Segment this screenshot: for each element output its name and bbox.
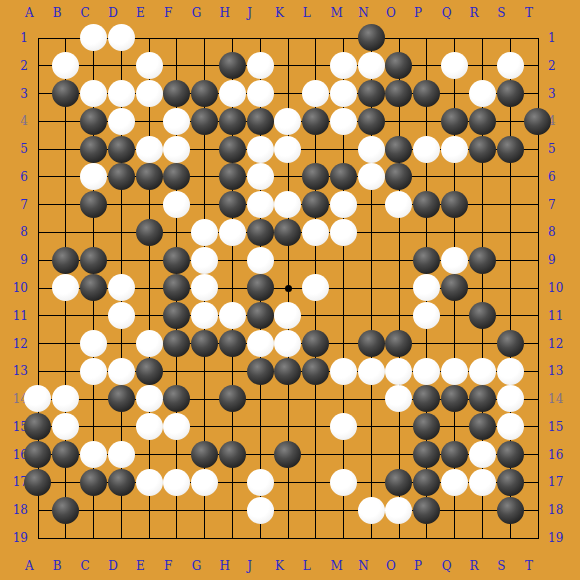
cell-N15[interactable]	[357, 413, 385, 441]
cell-F18[interactable]	[163, 496, 191, 524]
cell-P14[interactable]	[413, 385, 441, 413]
cell-F14[interactable]	[163, 385, 191, 413]
cell-M13[interactable]	[330, 357, 358, 385]
cell-T11[interactable]	[524, 302, 552, 330]
cell-B12[interactable]	[52, 330, 80, 358]
cell-D4[interactable]	[107, 107, 135, 135]
cell-R11[interactable]	[468, 302, 496, 330]
cell-M12[interactable]	[330, 330, 358, 358]
cell-G5[interactable]	[191, 135, 219, 163]
cell-M10[interactable]	[330, 274, 358, 302]
cell-M2[interactable]	[330, 52, 358, 80]
cell-A9[interactable]	[24, 246, 52, 274]
cell-R16[interactable]	[468, 441, 496, 469]
cell-E17[interactable]	[135, 468, 163, 496]
cell-N4[interactable]	[357, 107, 385, 135]
cell-S18[interactable]	[496, 496, 524, 524]
cell-G1[interactable]	[191, 24, 219, 52]
cell-A2[interactable]	[24, 52, 52, 80]
cell-O10[interactable]	[385, 274, 413, 302]
cell-Q6[interactable]	[441, 163, 469, 191]
cell-H16[interactable]	[218, 441, 246, 469]
cell-R10[interactable]	[468, 274, 496, 302]
cell-T16[interactable]	[524, 441, 552, 469]
cell-E11[interactable]	[135, 302, 163, 330]
cell-T17[interactable]	[524, 468, 552, 496]
cell-D7[interactable]	[107, 191, 135, 219]
cell-L19[interactable]	[302, 524, 330, 552]
cell-F8[interactable]	[163, 218, 191, 246]
cell-B4[interactable]	[52, 107, 80, 135]
cell-S17[interactable]	[496, 468, 524, 496]
cell-J19[interactable]	[246, 524, 274, 552]
cell-C9[interactable]	[80, 246, 108, 274]
cell-N7[interactable]	[357, 191, 385, 219]
cell-C7[interactable]	[80, 191, 108, 219]
cell-Q16[interactable]	[441, 441, 469, 469]
cell-T2[interactable]	[524, 52, 552, 80]
cell-M8[interactable]	[330, 218, 358, 246]
cell-G15[interactable]	[191, 413, 219, 441]
cell-L1[interactable]	[302, 24, 330, 52]
cell-L7[interactable]	[302, 191, 330, 219]
cell-P4[interactable]	[413, 107, 441, 135]
cell-G7[interactable]	[191, 191, 219, 219]
cell-B17[interactable]	[52, 468, 80, 496]
cell-S1[interactable]	[496, 24, 524, 52]
cell-S8[interactable]	[496, 218, 524, 246]
cell-R5[interactable]	[468, 135, 496, 163]
cell-H7[interactable]	[218, 191, 246, 219]
cell-L15[interactable]	[302, 413, 330, 441]
cell-K9[interactable]	[274, 246, 302, 274]
cell-K7[interactable]	[274, 191, 302, 219]
cell-J12[interactable]	[246, 330, 274, 358]
cell-P18[interactable]	[413, 496, 441, 524]
cell-A4[interactable]	[24, 107, 52, 135]
cell-J11[interactable]	[246, 302, 274, 330]
cell-T18[interactable]	[524, 496, 552, 524]
cell-E16[interactable]	[135, 441, 163, 469]
cell-M9[interactable]	[330, 246, 358, 274]
cell-Q1[interactable]	[441, 24, 469, 52]
cell-J15[interactable]	[246, 413, 274, 441]
cell-L8[interactable]	[302, 218, 330, 246]
cell-G16[interactable]	[191, 441, 219, 469]
cell-A19[interactable]	[24, 524, 52, 552]
cell-P10[interactable]	[413, 274, 441, 302]
cell-C16[interactable]	[80, 441, 108, 469]
cell-Q17[interactable]	[441, 468, 469, 496]
cell-Q13[interactable]	[441, 357, 469, 385]
cell-H1[interactable]	[218, 24, 246, 52]
cell-K2[interactable]	[274, 52, 302, 80]
cell-E14[interactable]	[135, 385, 163, 413]
cell-N2[interactable]	[357, 52, 385, 80]
cell-P5[interactable]	[413, 135, 441, 163]
cell-Q9[interactable]	[441, 246, 469, 274]
cell-Q10[interactable]	[441, 274, 469, 302]
cell-F7[interactable]	[163, 191, 191, 219]
cell-R15[interactable]	[468, 413, 496, 441]
cell-Q7[interactable]	[441, 191, 469, 219]
cell-L9[interactable]	[302, 246, 330, 274]
cell-K16[interactable]	[274, 441, 302, 469]
cell-E13[interactable]	[135, 357, 163, 385]
cell-C17[interactable]	[80, 468, 108, 496]
cell-O14[interactable]	[385, 385, 413, 413]
cell-J3[interactable]	[246, 80, 274, 108]
cell-L6[interactable]	[302, 163, 330, 191]
cell-J4[interactable]	[246, 107, 274, 135]
cell-P9[interactable]	[413, 246, 441, 274]
cell-D6[interactable]	[107, 163, 135, 191]
cell-T1[interactable]	[524, 24, 552, 52]
cell-G14[interactable]	[191, 385, 219, 413]
cell-O16[interactable]	[385, 441, 413, 469]
cell-D9[interactable]	[107, 246, 135, 274]
cell-E19[interactable]	[135, 524, 163, 552]
cell-T7[interactable]	[524, 191, 552, 219]
cell-S9[interactable]	[496, 246, 524, 274]
cell-D16[interactable]	[107, 441, 135, 469]
cell-P13[interactable]	[413, 357, 441, 385]
cell-Q11[interactable]	[441, 302, 469, 330]
cell-K1[interactable]	[274, 24, 302, 52]
cell-P2[interactable]	[413, 52, 441, 80]
cell-C11[interactable]	[80, 302, 108, 330]
cell-J2[interactable]	[246, 52, 274, 80]
cell-O1[interactable]	[385, 24, 413, 52]
cell-T5[interactable]	[524, 135, 552, 163]
cell-R7[interactable]	[468, 191, 496, 219]
cell-P3[interactable]	[413, 80, 441, 108]
cell-M16[interactable]	[330, 441, 358, 469]
cell-R12[interactable]	[468, 330, 496, 358]
cell-O17[interactable]	[385, 468, 413, 496]
cell-E1[interactable]	[135, 24, 163, 52]
cell-N9[interactable]	[357, 246, 385, 274]
cell-H14[interactable]	[218, 385, 246, 413]
cell-L4[interactable]	[302, 107, 330, 135]
cell-A13[interactable]	[24, 357, 52, 385]
cell-S19[interactable]	[496, 524, 524, 552]
cell-J1[interactable]	[246, 24, 274, 52]
cell-H6[interactable]	[218, 163, 246, 191]
cell-J7[interactable]	[246, 191, 274, 219]
cell-C19[interactable]	[80, 524, 108, 552]
cell-M5[interactable]	[330, 135, 358, 163]
cell-T12[interactable]	[524, 330, 552, 358]
cell-B14[interactable]	[52, 385, 80, 413]
cell-N1[interactable]	[357, 24, 385, 52]
cell-T14[interactable]	[524, 385, 552, 413]
cell-M18[interactable]	[330, 496, 358, 524]
cell-C2[interactable]	[80, 52, 108, 80]
cell-A11[interactable]	[24, 302, 52, 330]
cell-F13[interactable]	[163, 357, 191, 385]
cell-H4[interactable]	[218, 107, 246, 135]
cell-T4[interactable]	[524, 107, 552, 135]
cell-L16[interactable]	[302, 441, 330, 469]
cell-N17[interactable]	[357, 468, 385, 496]
cell-C4[interactable]	[80, 107, 108, 135]
cell-C13[interactable]	[80, 357, 108, 385]
cell-S3[interactable]	[496, 80, 524, 108]
cell-T3[interactable]	[524, 80, 552, 108]
cell-B7[interactable]	[52, 191, 80, 219]
cell-O6[interactable]	[385, 163, 413, 191]
cell-S7[interactable]	[496, 191, 524, 219]
cell-K15[interactable]	[274, 413, 302, 441]
cell-R9[interactable]	[468, 246, 496, 274]
cell-Q19[interactable]	[441, 524, 469, 552]
cell-E3[interactable]	[135, 80, 163, 108]
cell-R6[interactable]	[468, 163, 496, 191]
cell-C15[interactable]	[80, 413, 108, 441]
cell-J8[interactable]	[246, 218, 274, 246]
cell-H9[interactable]	[218, 246, 246, 274]
cell-H13[interactable]	[218, 357, 246, 385]
cell-F2[interactable]	[163, 52, 191, 80]
cell-F10[interactable]	[163, 274, 191, 302]
cell-P17[interactable]	[413, 468, 441, 496]
cell-K12[interactable]	[274, 330, 302, 358]
cell-N12[interactable]	[357, 330, 385, 358]
cell-R4[interactable]	[468, 107, 496, 135]
cell-K17[interactable]	[274, 468, 302, 496]
cell-N3[interactable]	[357, 80, 385, 108]
cell-N6[interactable]	[357, 163, 385, 191]
cell-J10[interactable]	[246, 274, 274, 302]
cell-C3[interactable]	[80, 80, 108, 108]
cell-B16[interactable]	[52, 441, 80, 469]
cell-D15[interactable]	[107, 413, 135, 441]
cell-B3[interactable]	[52, 80, 80, 108]
cell-E9[interactable]	[135, 246, 163, 274]
cell-R3[interactable]	[468, 80, 496, 108]
cell-K5[interactable]	[274, 135, 302, 163]
cell-S2[interactable]	[496, 52, 524, 80]
cell-S13[interactable]	[496, 357, 524, 385]
cell-S6[interactable]	[496, 163, 524, 191]
cell-C18[interactable]	[80, 496, 108, 524]
cell-A8[interactable]	[24, 218, 52, 246]
cell-O9[interactable]	[385, 246, 413, 274]
cell-G4[interactable]	[191, 107, 219, 135]
cell-G17[interactable]	[191, 468, 219, 496]
cell-L11[interactable]	[302, 302, 330, 330]
cell-O8[interactable]	[385, 218, 413, 246]
cell-B9[interactable]	[52, 246, 80, 274]
cell-E6[interactable]	[135, 163, 163, 191]
cell-L17[interactable]	[302, 468, 330, 496]
cell-Q3[interactable]	[441, 80, 469, 108]
cell-L3[interactable]	[302, 80, 330, 108]
cell-H3[interactable]	[218, 80, 246, 108]
cell-K10[interactable]	[274, 274, 302, 302]
cell-M3[interactable]	[330, 80, 358, 108]
cell-J9[interactable]	[246, 246, 274, 274]
cell-B13[interactable]	[52, 357, 80, 385]
cell-B5[interactable]	[52, 135, 80, 163]
cell-D10[interactable]	[107, 274, 135, 302]
cell-K14[interactable]	[274, 385, 302, 413]
cell-D3[interactable]	[107, 80, 135, 108]
cell-D19[interactable]	[107, 524, 135, 552]
cell-N8[interactable]	[357, 218, 385, 246]
cell-P15[interactable]	[413, 413, 441, 441]
cell-H15[interactable]	[218, 413, 246, 441]
cell-K18[interactable]	[274, 496, 302, 524]
cell-O3[interactable]	[385, 80, 413, 108]
cell-K6[interactable]	[274, 163, 302, 191]
cell-H2[interactable]	[218, 52, 246, 80]
cell-T9[interactable]	[524, 246, 552, 274]
cell-Q18[interactable]	[441, 496, 469, 524]
cell-E2[interactable]	[135, 52, 163, 80]
cell-R1[interactable]	[468, 24, 496, 52]
cell-T19[interactable]	[524, 524, 552, 552]
cell-D8[interactable]	[107, 218, 135, 246]
cell-S12[interactable]	[496, 330, 524, 358]
cell-K11[interactable]	[274, 302, 302, 330]
cell-E5[interactable]	[135, 135, 163, 163]
cell-C14[interactable]	[80, 385, 108, 413]
cell-P1[interactable]	[413, 24, 441, 52]
cell-R13[interactable]	[468, 357, 496, 385]
cell-F6[interactable]	[163, 163, 191, 191]
cell-L10[interactable]	[302, 274, 330, 302]
cell-C6[interactable]	[80, 163, 108, 191]
cell-A7[interactable]	[24, 191, 52, 219]
cell-M14[interactable]	[330, 385, 358, 413]
cell-H19[interactable]	[218, 524, 246, 552]
cell-R14[interactable]	[468, 385, 496, 413]
cell-D18[interactable]	[107, 496, 135, 524]
cell-A10[interactable]	[24, 274, 52, 302]
cell-M1[interactable]	[330, 24, 358, 52]
cell-P6[interactable]	[413, 163, 441, 191]
cell-F9[interactable]	[163, 246, 191, 274]
cell-J14[interactable]	[246, 385, 274, 413]
cell-K3[interactable]	[274, 80, 302, 108]
cell-T6[interactable]	[524, 163, 552, 191]
cell-E12[interactable]	[135, 330, 163, 358]
cell-N19[interactable]	[357, 524, 385, 552]
cell-B18[interactable]	[52, 496, 80, 524]
cell-F16[interactable]	[163, 441, 191, 469]
cell-M15[interactable]	[330, 413, 358, 441]
cell-S11[interactable]	[496, 302, 524, 330]
cell-T13[interactable]	[524, 357, 552, 385]
cell-C12[interactable]	[80, 330, 108, 358]
cell-D11[interactable]	[107, 302, 135, 330]
cell-D1[interactable]	[107, 24, 135, 52]
cell-A3[interactable]	[24, 80, 52, 108]
cell-M11[interactable]	[330, 302, 358, 330]
cell-J18[interactable]	[246, 496, 274, 524]
cell-S5[interactable]	[496, 135, 524, 163]
cell-B1[interactable]	[52, 24, 80, 52]
cell-O13[interactable]	[385, 357, 413, 385]
cell-K8[interactable]	[274, 218, 302, 246]
cell-E8[interactable]	[135, 218, 163, 246]
cell-B15[interactable]	[52, 413, 80, 441]
cell-M17[interactable]	[330, 468, 358, 496]
cell-L13[interactable]	[302, 357, 330, 385]
cell-R17[interactable]	[468, 468, 496, 496]
cell-B8[interactable]	[52, 218, 80, 246]
cell-O18[interactable]	[385, 496, 413, 524]
cell-K13[interactable]	[274, 357, 302, 385]
cell-G6[interactable]	[191, 163, 219, 191]
cell-F17[interactable]	[163, 468, 191, 496]
cell-N13[interactable]	[357, 357, 385, 385]
cell-A12[interactable]	[24, 330, 52, 358]
cell-H18[interactable]	[218, 496, 246, 524]
cell-G19[interactable]	[191, 524, 219, 552]
cell-C8[interactable]	[80, 218, 108, 246]
cell-Q8[interactable]	[441, 218, 469, 246]
cell-E10[interactable]	[135, 274, 163, 302]
cell-Q2[interactable]	[441, 52, 469, 80]
cell-J13[interactable]	[246, 357, 274, 385]
cell-P19[interactable]	[413, 524, 441, 552]
cell-D2[interactable]	[107, 52, 135, 80]
cell-F3[interactable]	[163, 80, 191, 108]
cell-G9[interactable]	[191, 246, 219, 274]
cell-A15[interactable]	[24, 413, 52, 441]
cell-E15[interactable]	[135, 413, 163, 441]
cell-L5[interactable]	[302, 135, 330, 163]
cell-F11[interactable]	[163, 302, 191, 330]
cell-T8[interactable]	[524, 218, 552, 246]
cell-N10[interactable]	[357, 274, 385, 302]
cell-N18[interactable]	[357, 496, 385, 524]
cell-A6[interactable]	[24, 163, 52, 191]
cell-H12[interactable]	[218, 330, 246, 358]
cell-B19[interactable]	[52, 524, 80, 552]
cell-N16[interactable]	[357, 441, 385, 469]
cell-R19[interactable]	[468, 524, 496, 552]
cell-J16[interactable]	[246, 441, 274, 469]
cell-S14[interactable]	[496, 385, 524, 413]
cell-F4[interactable]	[163, 107, 191, 135]
cell-C10[interactable]	[80, 274, 108, 302]
cell-P16[interactable]	[413, 441, 441, 469]
cell-L18[interactable]	[302, 496, 330, 524]
cell-O15[interactable]	[385, 413, 413, 441]
cell-P12[interactable]	[413, 330, 441, 358]
cell-Q12[interactable]	[441, 330, 469, 358]
cell-Q15[interactable]	[441, 413, 469, 441]
cell-N14[interactable]	[357, 385, 385, 413]
cell-E4[interactable]	[135, 107, 163, 135]
cell-O7[interactable]	[385, 191, 413, 219]
cell-R8[interactable]	[468, 218, 496, 246]
cell-S15[interactable]	[496, 413, 524, 441]
cell-E7[interactable]	[135, 191, 163, 219]
cell-J17[interactable]	[246, 468, 274, 496]
cell-O12[interactable]	[385, 330, 413, 358]
cell-L2[interactable]	[302, 52, 330, 80]
cell-G2[interactable]	[191, 52, 219, 80]
cell-M19[interactable]	[330, 524, 358, 552]
cell-P7[interactable]	[413, 191, 441, 219]
cell-B10[interactable]	[52, 274, 80, 302]
cell-D17[interactable]	[107, 468, 135, 496]
